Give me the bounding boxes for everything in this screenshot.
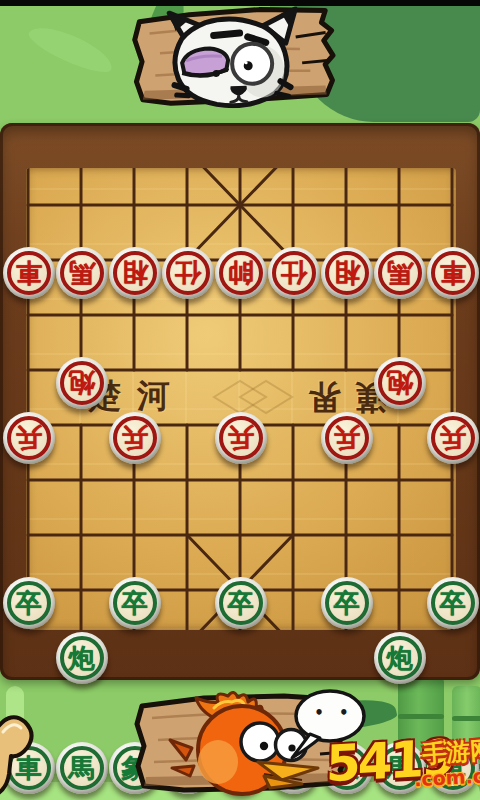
- green-soldier[interactable]: 卒: [320, 575, 373, 630]
- red-soldier[interactable]: 兵: [2, 410, 55, 465]
- red-elephant[interactable]: 相: [320, 245, 373, 300]
- game-screen: 楚河 漢界 車馬相仕帥仕相馬車炮炮兵兵兵兵兵卒卒卒卒卒炮炮車馬象士將士象馬車: [0, 0, 480, 800]
- xiangqi-board[interactable]: 楚河 漢界 車馬相仕帥仕相馬車炮炮兵兵兵兵兵卒卒卒卒卒炮炮車馬象士將士象馬車: [0, 123, 480, 680]
- green-cannon[interactable]: 炮: [55, 630, 108, 685]
- green-soldier[interactable]: 卒: [2, 575, 55, 630]
- green-cannon[interactable]: 炮: [373, 630, 426, 685]
- tiger-sign: [129, 0, 347, 110]
- red-cannon[interactable]: 炮: [373, 355, 426, 410]
- green-soldier[interactable]: 卒: [426, 575, 479, 630]
- watermark-domain: .com.cn: [413, 764, 480, 790]
- green-soldier[interactable]: 卒: [108, 575, 161, 630]
- red-soldier[interactable]: 兵: [320, 410, 373, 465]
- red-chariot[interactable]: 車: [426, 245, 479, 300]
- red-horse[interactable]: 馬: [55, 245, 108, 300]
- red-horse[interactable]: 馬: [373, 245, 426, 300]
- top-player-sign: [129, 0, 347, 110]
- red-chariot[interactable]: 車: [2, 245, 55, 300]
- watermark: 5419 手游网 .com.cn: [326, 726, 480, 798]
- green-soldier[interactable]: 卒: [214, 575, 267, 630]
- green-horse[interactable]: 馬: [55, 740, 108, 795]
- red-general[interactable]: 帥: [214, 245, 267, 300]
- red-advisor[interactable]: 仕: [267, 245, 320, 300]
- tiger-face-icon: [169, 9, 297, 107]
- red-elephant[interactable]: 相: [108, 245, 161, 300]
- wooden-branch-icon: [0, 708, 39, 800]
- red-advisor[interactable]: 仕: [161, 245, 214, 300]
- speech-bubble-text: • •: [306, 704, 362, 722]
- red-soldier[interactable]: 兵: [214, 410, 267, 465]
- red-soldier[interactable]: 兵: [108, 410, 161, 465]
- red-soldier[interactable]: 兵: [426, 410, 479, 465]
- bamboo-leaf-icon: [25, 19, 118, 79]
- red-cannon[interactable]: 炮: [55, 355, 108, 410]
